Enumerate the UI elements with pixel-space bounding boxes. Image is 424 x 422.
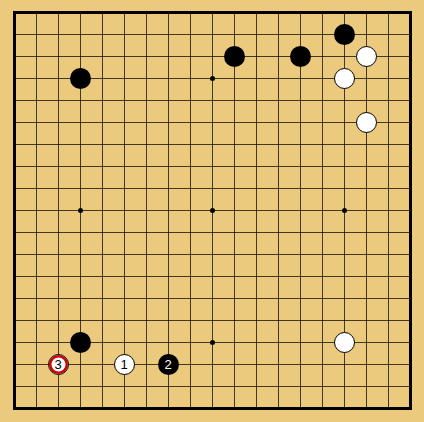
stone-white[interactable] [334,68,355,89]
stone-black[interactable] [70,68,91,89]
stone-black[interactable] [334,24,355,45]
stone-white[interactable] [334,332,355,353]
star-point [210,340,215,345]
stone-black[interactable] [224,46,245,67]
move-number-label: 1 [120,357,127,370]
stone-white-move-1[interactable]: 1 [114,354,135,375]
stone-white[interactable] [356,46,377,67]
star-point [342,208,347,213]
star-point [78,208,83,213]
stone-black[interactable] [290,46,311,67]
move-number-label: 3 [54,357,61,370]
move-number-label: 2 [164,357,171,370]
star-point [210,208,215,213]
star-point [210,76,215,81]
go-board[interactable]: 123 [0,0,424,422]
stone-black-move-2[interactable]: 2 [158,354,179,375]
go-board-grid: 123 [3,1,421,419]
stone-white[interactable] [356,112,377,133]
stone-white-move-3[interactable]: 3 [48,354,69,375]
stone-black[interactable] [70,332,91,353]
